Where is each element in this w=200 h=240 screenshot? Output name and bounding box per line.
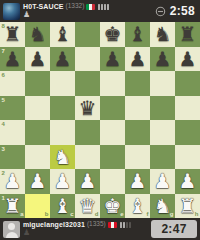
square-h3[interactable] <box>175 145 200 170</box>
file-label-h: h <box>195 211 199 217</box>
piece-white-bishop[interactable]: ♝ <box>54 194 72 219</box>
square-c2[interactable]: ♟ <box>50 169 75 194</box>
piece-black-queen[interactable]: ♛ <box>79 96 97 121</box>
opponent-rating: (1332) <box>66 3 85 10</box>
player-clock-time: 2:47 <box>161 222 186 236</box>
piece-white-knight[interactable]: ♞ <box>54 145 72 170</box>
player-username[interactable]: miguelangel32031 <box>23 221 85 228</box>
square-e8[interactable]: ♚ <box>100 22 125 47</box>
file-label-c: c <box>70 211 73 217</box>
piece-white-pawn[interactable]: ♟ <box>4 169 22 194</box>
square-c1[interactable]: c♝ <box>50 194 75 219</box>
rank-label-4: 4 <box>2 121 5 127</box>
square-a2[interactable]: 2♟ <box>0 169 25 194</box>
square-d5[interactable]: ♛ <box>75 96 100 121</box>
square-h1[interactable]: h♜ <box>175 194 200 219</box>
opponent-bar: H0T-SAUCE (1332) ♟ 2:58 <box>0 0 200 22</box>
square-g7[interactable]: ♟ <box>150 47 175 72</box>
square-a3[interactable]: 3 <box>0 145 25 170</box>
square-d4[interactable] <box>75 120 100 145</box>
piece-black-bishop[interactable]: ♝ <box>54 22 72 47</box>
square-f7[interactable]: ♟ <box>125 47 150 72</box>
chess-game-screen: H0T-SAUCE (1332) ♟ 2:58 8♜♞♝♚♝♞♜7♟♟♟♟♟♟♟… <box>0 0 200 240</box>
square-h2[interactable]: ♟ <box>175 169 200 194</box>
avatar-torso-shape <box>6 232 18 238</box>
square-b1[interactable]: b <box>25 194 50 219</box>
piece-black-pawn[interactable]: ♟ <box>29 47 47 72</box>
square-g5[interactable] <box>150 96 175 121</box>
file-label-d: d <box>95 211 99 217</box>
square-e2[interactable] <box>100 169 125 194</box>
square-a7[interactable]: 7♟ <box>0 47 25 72</box>
square-g8[interactable]: ♞ <box>150 22 175 47</box>
square-a4[interactable]: 4 <box>0 120 25 145</box>
piece-black-bishop[interactable]: ♝ <box>129 22 147 47</box>
piece-white-pawn[interactable]: ♟ <box>79 169 97 194</box>
rank-label-7: 7 <box>2 48 5 54</box>
piece-black-pawn[interactable]: ♟ <box>104 47 122 72</box>
piece-white-king[interactable]: ♚ <box>104 194 122 219</box>
opponent-username[interactable]: H0T-SAUCE <box>23 3 64 10</box>
piece-white-bishop[interactable]: ♝ <box>129 194 147 219</box>
square-e1[interactable]: e♚ <box>100 194 125 219</box>
piece-white-rook[interactable]: ♜ <box>179 194 197 219</box>
square-c8[interactable]: ♝ <box>50 22 75 47</box>
chess-board[interactable]: 8♜♞♝♚♝♞♜7♟♟♟♟♟♟♟65♛43♞2♟♟♟♟♟♟♟1a♜bc♝d♛e♚… <box>0 22 200 218</box>
square-f5[interactable] <box>125 96 150 121</box>
peru-flag-icon <box>108 222 117 228</box>
captured-black-pawn-icon: ♟ <box>23 229 30 237</box>
square-g3[interactable] <box>150 145 175 170</box>
square-g4[interactable] <box>150 120 175 145</box>
opponent-info: H0T-SAUCE (1332) ♟ <box>23 3 109 19</box>
rank-label-3: 3 <box>2 146 5 152</box>
player-rating: (1335) <box>87 221 106 228</box>
square-b3[interactable] <box>25 145 50 170</box>
piece-white-pawn[interactable]: ♟ <box>54 169 72 194</box>
piece-white-pawn[interactable]: ♟ <box>179 169 197 194</box>
square-c5[interactable] <box>50 96 75 121</box>
square-e7[interactable]: ♟ <box>100 47 125 72</box>
clock-icon <box>155 6 166 17</box>
opponent-avatar[interactable] <box>3 3 20 20</box>
square-a6[interactable]: 6 <box>0 71 25 96</box>
captured-white-pawn-icon: ♟ <box>23 11 30 19</box>
piece-black-knight[interactable]: ♞ <box>154 22 172 47</box>
file-label-a: a <box>20 211 23 217</box>
square-f4[interactable] <box>125 120 150 145</box>
piece-black-pawn[interactable]: ♟ <box>129 47 147 72</box>
piece-black-knight[interactable]: ♞ <box>29 22 47 47</box>
rank-label-5: 5 <box>2 97 5 103</box>
italy-flag-icon <box>86 4 95 10</box>
piece-black-rook[interactable]: ♜ <box>4 22 22 47</box>
square-f2[interactable]: ♟ <box>125 169 150 194</box>
square-f1[interactable]: f♝ <box>125 194 150 219</box>
square-c6[interactable] <box>50 71 75 96</box>
square-d3[interactable] <box>75 145 100 170</box>
square-e5[interactable] <box>100 96 125 121</box>
player-info: miguelangel32031 (1335) ♟ <box>23 221 131 237</box>
square-f6[interactable] <box>125 71 150 96</box>
square-g1[interactable]: g♞ <box>150 194 175 219</box>
piece-black-pawn[interactable]: ♟ <box>54 47 72 72</box>
rank-label-2: 2 <box>2 170 5 176</box>
piece-black-king[interactable]: ♚ <box>104 22 122 47</box>
rank-label-1: 1 <box>2 195 5 201</box>
piece-black-pawn[interactable]: ♟ <box>154 47 172 72</box>
opponent-clock: 2:58 <box>155 4 197 18</box>
piece-black-pawn[interactable]: ♟ <box>179 47 197 72</box>
piece-white-queen[interactable]: ♛ <box>79 194 97 219</box>
square-a8[interactable]: 8♜ <box>0 22 25 47</box>
square-f8[interactable]: ♝ <box>125 22 150 47</box>
square-e4[interactable] <box>100 120 125 145</box>
rank-label-8: 8 <box>2 23 5 29</box>
piece-white-rook[interactable]: ♜ <box>4 194 22 219</box>
square-h8[interactable]: ♜ <box>175 22 200 47</box>
connection-bars-top <box>98 4 109 10</box>
file-label-e: e <box>120 211 123 217</box>
square-b8[interactable]: ♞ <box>25 22 50 47</box>
square-f3[interactable] <box>125 145 150 170</box>
player-bar: miguelangel32031 (1335) ♟ 2:47 <box>0 218 200 240</box>
file-label-f: f <box>147 211 149 217</box>
file-label-g: g <box>170 211 174 217</box>
square-d7[interactable] <box>75 47 100 72</box>
piece-black-pawn[interactable]: ♟ <box>4 47 22 72</box>
square-c4[interactable] <box>50 120 75 145</box>
square-g6[interactable] <box>150 71 175 96</box>
piece-white-pawn[interactable]: ♟ <box>154 169 172 194</box>
square-c3[interactable]: ♞ <box>50 145 75 170</box>
square-c7[interactable]: ♟ <box>50 47 75 72</box>
captured-pieces-top: ♟ <box>23 11 109 19</box>
file-label-b: b <box>45 211 49 217</box>
square-e3[interactable] <box>100 145 125 170</box>
square-a1[interactable]: 1a♜ <box>0 194 25 219</box>
avatar-head-shape <box>8 223 15 230</box>
square-h7[interactable]: ♟ <box>175 47 200 72</box>
square-g2[interactable]: ♟ <box>150 169 175 194</box>
piece-white-pawn[interactable]: ♟ <box>29 169 47 194</box>
piece-white-pawn[interactable]: ♟ <box>129 169 147 194</box>
square-e6[interactable] <box>100 71 125 96</box>
captured-pieces-bottom: ♟ <box>23 229 131 237</box>
square-d1[interactable]: d♛ <box>75 194 100 219</box>
square-h4[interactable] <box>175 120 200 145</box>
square-a5[interactable]: 5 <box>0 96 25 121</box>
square-b5[interactable] <box>25 96 50 121</box>
square-b7[interactable]: ♟ <box>25 47 50 72</box>
square-b6[interactable] <box>25 71 50 96</box>
square-b2[interactable]: ♟ <box>25 169 50 194</box>
player-avatar[interactable] <box>3 221 20 238</box>
square-h6[interactable] <box>175 71 200 96</box>
square-d2[interactable]: ♟ <box>75 169 100 194</box>
square-d6[interactable] <box>75 71 100 96</box>
piece-white-knight[interactable]: ♞ <box>154 194 172 219</box>
opponent-clock-time: 2:58 <box>170 4 195 18</box>
piece-black-rook[interactable]: ♜ <box>179 22 197 47</box>
rank-label-6: 6 <box>2 72 5 78</box>
square-b4[interactable] <box>25 120 50 145</box>
player-clock: 2:47 <box>151 220 197 238</box>
connection-bars-bottom <box>120 222 131 228</box>
square-d8[interactable] <box>75 22 100 47</box>
square-h5[interactable] <box>175 96 200 121</box>
